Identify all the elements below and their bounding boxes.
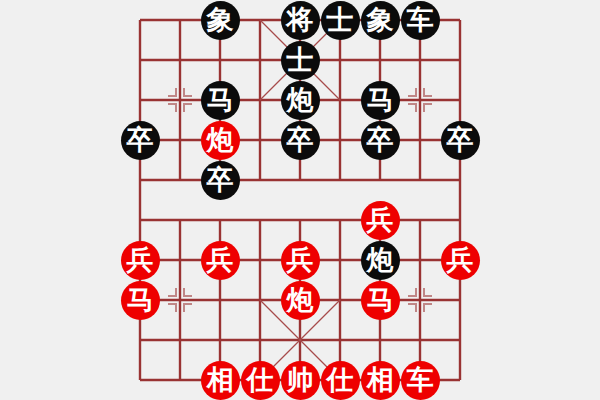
piece-black-advisor[interactable]: 士	[321, 1, 360, 40]
pieces-layer: 象将士象车士马炮马卒炮卒卒卒卒兵兵兵兵炮兵马炮马相仕帅仕相车	[120, 0, 480, 400]
piece-red-soldier[interactable]: 兵	[441, 241, 480, 280]
piece-black-horse[interactable]: 马	[201, 81, 240, 120]
piece-red-cannon[interactable]: 炮	[201, 121, 240, 160]
piece-black-soldier[interactable]: 卒	[281, 121, 320, 160]
piece-red-cannon[interactable]: 炮	[281, 281, 320, 320]
piece-red-soldier[interactable]: 兵	[361, 201, 400, 240]
piece-red-elephant[interactable]: 相	[361, 361, 400, 400]
piece-red-soldier[interactable]: 兵	[281, 241, 320, 280]
piece-black-soldier[interactable]: 卒	[201, 161, 240, 200]
piece-black-soldier[interactable]: 卒	[121, 121, 160, 160]
piece-red-chariot[interactable]: 车	[401, 361, 440, 400]
piece-red-advisor[interactable]: 仕	[241, 361, 280, 400]
piece-black-chariot[interactable]: 车	[401, 1, 440, 40]
piece-black-elephant[interactable]: 象	[361, 1, 400, 40]
piece-red-elephant[interactable]: 相	[201, 361, 240, 400]
piece-black-cannon[interactable]: 炮	[281, 81, 320, 120]
xiangqi-game-screen: 象将士象车士马炮马卒炮卒卒卒卒兵兵兵兵炮兵马炮马相仕帅仕相车	[0, 0, 600, 400]
piece-red-soldier[interactable]: 兵	[121, 241, 160, 280]
piece-black-general[interactable]: 将	[281, 1, 320, 40]
piece-black-cannon[interactable]: 炮	[361, 241, 400, 280]
piece-black-soldier[interactable]: 卒	[361, 121, 400, 160]
piece-red-soldier[interactable]: 兵	[201, 241, 240, 280]
piece-black-soldier[interactable]: 卒	[441, 121, 480, 160]
piece-red-advisor[interactable]: 仕	[321, 361, 360, 400]
piece-red-horse[interactable]: 马	[121, 281, 160, 320]
piece-black-elephant[interactable]: 象	[201, 1, 240, 40]
piece-black-horse[interactable]: 马	[361, 81, 400, 120]
piece-red-horse[interactable]: 马	[361, 281, 400, 320]
piece-black-advisor[interactable]: 士	[281, 41, 320, 80]
piece-red-general[interactable]: 帅	[281, 361, 320, 400]
